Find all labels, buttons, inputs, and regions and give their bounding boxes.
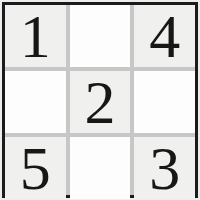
- sudoku-cell-r1c1: 2: [70, 71, 131, 133]
- sudoku-cell-r0c1[interactable]: [70, 5, 131, 67]
- sudoku-cell-r2c1[interactable]: [70, 137, 131, 199]
- sudoku-cell-r1c2[interactable]: [134, 71, 195, 133]
- sudoku-page: 1 4 2 5 3: [0, 0, 200, 200]
- sudoku-cell-r1c0[interactable]: [5, 71, 66, 133]
- sudoku-board: 1 4 2 5 3: [2, 2, 198, 198]
- sudoku-cell-r2c2: 3: [134, 137, 195, 199]
- sudoku-cell-r0c0: 1: [5, 5, 66, 67]
- sudoku-cell-r2c0: 5: [5, 137, 66, 199]
- sudoku-cell-r0c2: 4: [134, 5, 195, 67]
